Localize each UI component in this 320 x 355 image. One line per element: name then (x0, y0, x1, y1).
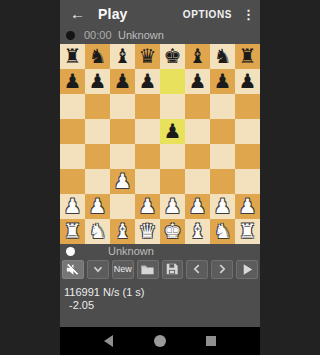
black-player-row: 00:00 Unknown (60, 28, 260, 44)
square-h6[interactable] (235, 94, 260, 119)
mute-button[interactable] (62, 260, 84, 279)
chevron-down-icon (91, 262, 105, 276)
white-pawn-f2: ♟ (189, 194, 207, 219)
expand-moves-button[interactable] (87, 260, 109, 279)
square-e4[interactable] (160, 144, 185, 169)
square-d6[interactable] (135, 94, 160, 119)
new-game-label: New (114, 264, 132, 274)
square-b8[interactable]: ♞ (85, 44, 110, 69)
white-pawn-h2: ♟ (239, 194, 257, 219)
square-e7[interactable] (160, 69, 185, 94)
chevron-left-icon (190, 262, 204, 276)
floppy-disk-icon (165, 262, 179, 276)
black-clock: 00:00 (84, 29, 112, 41)
square-f6[interactable] (185, 94, 210, 119)
options-button[interactable]: OPTIONS (183, 9, 232, 20)
square-g5[interactable] (210, 119, 235, 144)
square-g6[interactable] (210, 94, 235, 119)
square-c6[interactable] (110, 94, 135, 119)
square-a4[interactable] (60, 144, 85, 169)
black-pawn-c7: ♟ (114, 69, 132, 94)
square-h8[interactable]: ♜ (235, 44, 260, 69)
square-f5[interactable] (185, 119, 210, 144)
square-f3[interactable] (185, 169, 210, 194)
white-bishop-c1: ♝ (114, 219, 132, 244)
square-c2[interactable] (110, 194, 135, 219)
black-bishop-f8: ♝ (189, 44, 207, 69)
square-g7[interactable]: ♟ (210, 69, 235, 94)
square-d8[interactable]: ♛ (135, 44, 160, 69)
chevron-right-icon (215, 262, 229, 276)
black-pawn-h7: ♟ (239, 69, 257, 94)
white-queen-d1: ♛ (139, 219, 157, 244)
square-d5[interactable] (135, 119, 160, 144)
black-queen-d8: ♛ (139, 44, 157, 69)
black-pawn-f7: ♟ (189, 69, 207, 94)
square-h5[interactable] (235, 119, 260, 144)
chess-app-screen: ← Play OPTIONS ⋮ 00:00 Unknown ♜♞♝♛♚♝♞♜♟… (60, 0, 260, 355)
square-h4[interactable] (235, 144, 260, 169)
white-side-icon (66, 247, 75, 256)
play-engine-button[interactable] (236, 260, 258, 279)
square-f7[interactable]: ♟ (185, 69, 210, 94)
white-bishop-f1: ♝ (189, 219, 207, 244)
back-arrow-icon[interactable]: ← (70, 0, 86, 28)
square-a2[interactable]: ♟ (60, 194, 85, 219)
square-h1[interactable]: ♜ (235, 219, 260, 244)
white-king-e1: ♚ (164, 219, 182, 244)
square-d7[interactable]: ♟ (135, 69, 160, 94)
square-c8[interactable]: ♝ (110, 44, 135, 69)
white-pawn-a2: ♟ (64, 194, 82, 219)
square-b5[interactable] (85, 119, 110, 144)
white-player-name: Unknown (108, 245, 154, 257)
black-knight-g8: ♞ (214, 44, 232, 69)
open-file-button[interactable] (137, 260, 159, 279)
square-a6[interactable] (60, 94, 85, 119)
square-g4[interactable] (210, 144, 235, 169)
square-b4[interactable] (85, 144, 110, 169)
square-a1[interactable]: ♜ (60, 219, 85, 244)
square-f1[interactable]: ♝ (185, 219, 210, 244)
square-h2[interactable]: ♟ (235, 194, 260, 219)
square-g2[interactable]: ♟ (210, 194, 235, 219)
square-c5[interactable] (110, 119, 135, 144)
square-h7[interactable]: ♟ (235, 69, 260, 94)
black-king-e8: ♚ (164, 44, 182, 69)
square-e5[interactable]: ♟ (160, 119, 185, 144)
square-c3[interactable]: ♟ (110, 169, 135, 194)
black-player-name: Unknown (118, 29, 164, 41)
square-e2[interactable]: ♟ (160, 194, 185, 219)
square-d1[interactable]: ♛ (135, 219, 160, 244)
black-rook-h8: ♜ (239, 44, 257, 69)
square-a3[interactable] (60, 169, 85, 194)
android-nav-bar (60, 327, 260, 355)
black-pawn-e5: ♟ (164, 119, 182, 144)
app-bar: ← Play OPTIONS ⋮ (60, 0, 260, 28)
black-bishop-c8: ♝ (114, 44, 132, 69)
square-c7[interactable]: ♟ (110, 69, 135, 94)
square-a8[interactable]: ♜ (60, 44, 85, 69)
android-back-icon[interactable] (104, 335, 113, 347)
white-pawn-e2: ♟ (164, 194, 182, 219)
engine-nps: 116991 N/s (1 s) (64, 286, 256, 299)
square-e6[interactable] (160, 94, 185, 119)
page-title: Play (98, 6, 128, 22)
black-pawn-d7: ♟ (139, 69, 157, 94)
android-home-icon[interactable] (154, 335, 166, 347)
white-pawn-c3: ♟ (114, 169, 132, 194)
android-recents-icon[interactable] (206, 336, 216, 346)
black-pawn-g7: ♟ (214, 69, 232, 94)
square-g1[interactable]: ♞ (210, 219, 235, 244)
folder-open-icon (140, 262, 155, 277)
engine-status: 116991 N/s (1 s) -2.05 (60, 280, 260, 327)
square-b1[interactable]: ♞ (85, 219, 110, 244)
move-forward-button[interactable] (211, 260, 233, 279)
black-rook-a8: ♜ (64, 44, 82, 69)
white-pawn-d2: ♟ (139, 194, 157, 219)
play-triangle-icon (240, 262, 255, 277)
square-e8[interactable]: ♚ (160, 44, 185, 69)
white-rook-h1: ♜ (239, 219, 257, 244)
square-b2[interactable]: ♟ (85, 194, 110, 219)
white-player-row: Unknown (60, 244, 260, 258)
square-f8[interactable]: ♝ (185, 44, 210, 69)
chess-board[interactable]: ♜♞♝♛♚♝♞♜♟♟♟♟♟♟♟♟♟♟♟♟♟♟♟♟♜♞♝♛♚♝♞♜ (60, 44, 260, 244)
white-rook-a1: ♜ (64, 219, 82, 244)
black-side-icon (66, 31, 75, 40)
black-pawn-a7: ♟ (64, 69, 82, 94)
square-f2[interactable]: ♟ (185, 194, 210, 219)
square-g3[interactable] (210, 169, 235, 194)
overflow-menu-icon[interactable]: ⋮ (242, 7, 252, 22)
white-knight-b1: ♞ (89, 219, 107, 244)
square-b7[interactable]: ♟ (85, 69, 110, 94)
square-e3[interactable] (160, 169, 185, 194)
white-pawn-b2: ♟ (89, 194, 107, 219)
white-pawn-g2: ♟ (214, 194, 232, 219)
square-e1[interactable]: ♚ (160, 219, 185, 244)
square-c4[interactable] (110, 144, 135, 169)
square-d2[interactable]: ♟ (135, 194, 160, 219)
move-back-button[interactable] (186, 260, 208, 279)
black-pawn-b7: ♟ (89, 69, 107, 94)
speaker-muted-icon (65, 262, 80, 277)
square-c1[interactable]: ♝ (110, 219, 135, 244)
square-b3[interactable] (85, 169, 110, 194)
new-game-button[interactable]: New (112, 260, 134, 279)
square-a5[interactable] (60, 119, 85, 144)
square-d3[interactable] (135, 169, 160, 194)
square-f4[interactable] (185, 144, 210, 169)
square-g8[interactable]: ♞ (210, 44, 235, 69)
toolbar: New (60, 258, 260, 280)
save-button[interactable] (162, 260, 184, 279)
engine-eval: -2.05 (64, 299, 256, 312)
square-b6[interactable] (85, 94, 110, 119)
square-a7[interactable]: ♟ (60, 69, 85, 94)
square-h3[interactable] (235, 169, 260, 194)
black-knight-b8: ♞ (89, 44, 107, 69)
square-d4[interactable] (135, 144, 160, 169)
white-knight-g1: ♞ (214, 219, 232, 244)
